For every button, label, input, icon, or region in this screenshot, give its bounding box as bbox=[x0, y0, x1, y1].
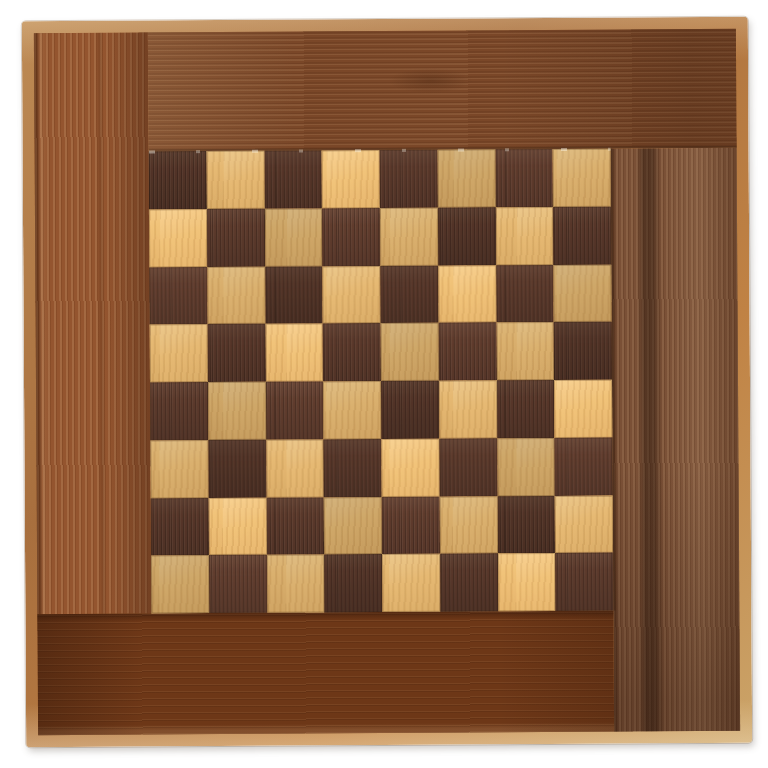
square-f1[interactable] bbox=[440, 554, 498, 612]
square-a1[interactable] bbox=[151, 555, 209, 613]
square-d5[interactable] bbox=[323, 323, 381, 381]
square-c8[interactable] bbox=[264, 150, 322, 208]
square-d7[interactable] bbox=[322, 208, 380, 266]
square-c7[interactable] bbox=[264, 208, 322, 266]
square-e7[interactable] bbox=[380, 207, 438, 265]
frame-panel-left bbox=[34, 32, 152, 614]
square-e2[interactable] bbox=[382, 496, 440, 554]
square-a5[interactable] bbox=[150, 324, 208, 382]
square-d3[interactable] bbox=[324, 439, 382, 497]
square-f4[interactable] bbox=[439, 380, 497, 438]
frame-panel-right bbox=[611, 148, 741, 732]
square-e5[interactable] bbox=[381, 323, 439, 381]
square-d1[interactable] bbox=[324, 554, 382, 612]
square-b3[interactable] bbox=[208, 439, 266, 497]
square-c3[interactable] bbox=[266, 439, 324, 497]
square-f6[interactable] bbox=[438, 265, 496, 323]
square-h7[interactable] bbox=[553, 206, 611, 264]
square-f5[interactable] bbox=[438, 323, 496, 381]
square-g6[interactable] bbox=[496, 264, 554, 322]
square-d2[interactable] bbox=[324, 497, 382, 555]
frame-panel-top bbox=[148, 29, 737, 152]
square-h3[interactable] bbox=[555, 437, 613, 495]
square-g8[interactable] bbox=[495, 149, 553, 207]
photo-background bbox=[0, 0, 768, 768]
square-a2[interactable] bbox=[151, 498, 209, 556]
square-e4[interactable] bbox=[381, 381, 439, 439]
square-b4[interactable] bbox=[208, 382, 266, 440]
square-e8[interactable] bbox=[380, 150, 438, 208]
square-c4[interactable] bbox=[265, 381, 323, 439]
square-h6[interactable] bbox=[554, 264, 612, 322]
square-e1[interactable] bbox=[382, 554, 440, 612]
board-frame bbox=[34, 29, 740, 735]
square-a4[interactable] bbox=[150, 382, 208, 440]
square-b8[interactable] bbox=[206, 151, 264, 209]
square-a7[interactable] bbox=[149, 209, 207, 267]
square-c6[interactable] bbox=[265, 266, 323, 324]
square-a6[interactable] bbox=[149, 267, 207, 325]
square-f2[interactable] bbox=[439, 496, 497, 554]
square-h2[interactable] bbox=[555, 495, 613, 553]
square-g1[interactable] bbox=[498, 553, 556, 611]
square-c1[interactable] bbox=[267, 555, 325, 613]
square-a8[interactable] bbox=[149, 151, 207, 209]
square-d6[interactable] bbox=[323, 266, 381, 324]
square-g3[interactable] bbox=[497, 438, 555, 496]
square-h5[interactable] bbox=[554, 322, 612, 380]
square-h1[interactable] bbox=[555, 553, 613, 611]
square-f8[interactable] bbox=[437, 149, 495, 207]
square-b2[interactable] bbox=[208, 497, 266, 555]
square-b7[interactable] bbox=[207, 208, 265, 266]
game-board bbox=[22, 17, 752, 747]
square-h4[interactable] bbox=[554, 380, 612, 438]
square-b6[interactable] bbox=[207, 266, 265, 324]
square-b1[interactable] bbox=[209, 555, 267, 613]
square-g2[interactable] bbox=[497, 495, 555, 553]
square-c5[interactable] bbox=[265, 324, 323, 382]
square-b5[interactable] bbox=[207, 324, 265, 382]
square-f3[interactable] bbox=[439, 438, 497, 496]
checkerboard bbox=[149, 149, 614, 614]
frame-panel-bottom bbox=[37, 611, 614, 736]
square-e3[interactable] bbox=[381, 438, 439, 496]
square-c2[interactable] bbox=[266, 497, 324, 555]
square-g7[interactable] bbox=[495, 207, 553, 265]
square-d8[interactable] bbox=[322, 150, 380, 208]
square-g5[interactable] bbox=[496, 322, 554, 380]
square-e6[interactable] bbox=[380, 265, 438, 323]
square-a3[interactable] bbox=[150, 440, 208, 498]
square-d4[interactable] bbox=[323, 381, 381, 439]
square-f7[interactable] bbox=[438, 207, 496, 265]
square-h8[interactable] bbox=[553, 149, 611, 207]
square-g4[interactable] bbox=[496, 380, 554, 438]
